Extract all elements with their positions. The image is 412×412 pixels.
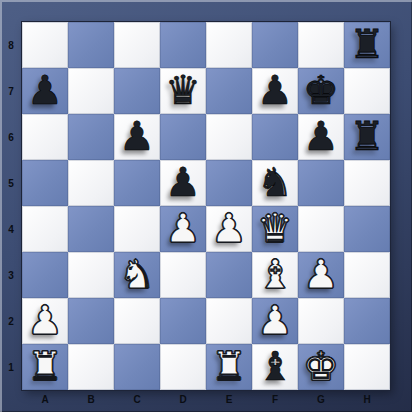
chess-diagram: ♜♟♛♟♚♟♟♜♟♞♟♟♛♞♝♟♟♟♜♜♝♚ 87654321 ABCDEFGH xyxy=(0,0,412,412)
square-h1[interactable] xyxy=(344,344,390,390)
piece-white-bishop-f3: ♝ xyxy=(257,251,293,297)
square-c7[interactable] xyxy=(114,68,160,114)
square-h7[interactable] xyxy=(344,68,390,114)
square-e2[interactable] xyxy=(206,298,252,344)
square-e8[interactable] xyxy=(206,22,252,68)
piece-black-bishop-f1: ♝ xyxy=(257,343,293,389)
square-a3[interactable] xyxy=(22,252,68,298)
square-f1[interactable]: ♝ xyxy=(252,344,298,390)
rank-label-4: 4 xyxy=(0,206,22,252)
square-e7[interactable] xyxy=(206,68,252,114)
square-f2[interactable]: ♟ xyxy=(252,298,298,344)
square-c6[interactable]: ♟ xyxy=(114,114,160,160)
piece-black-pawn-f7: ♟ xyxy=(257,67,293,113)
square-d7[interactable]: ♛ xyxy=(160,68,206,114)
file-label-h: H xyxy=(344,390,390,408)
square-a5[interactable] xyxy=(22,160,68,206)
square-g2[interactable] xyxy=(298,298,344,344)
square-h3[interactable] xyxy=(344,252,390,298)
square-h8[interactable]: ♜ xyxy=(344,22,390,68)
square-d4[interactable]: ♟ xyxy=(160,206,206,252)
square-f8[interactable] xyxy=(252,22,298,68)
piece-white-pawn-f2: ♟ xyxy=(257,297,293,343)
piece-black-queen-d7: ♛ xyxy=(165,67,201,113)
square-f4[interactable]: ♛ xyxy=(252,206,298,252)
piece-white-pawn-a2: ♟ xyxy=(27,297,63,343)
piece-black-pawn-d5: ♟ xyxy=(165,159,201,205)
square-g4[interactable] xyxy=(298,206,344,252)
piece-white-pawn-g3: ♟ xyxy=(303,251,339,297)
file-label-e: E xyxy=(206,390,252,408)
piece-black-pawn-g6: ♟ xyxy=(303,113,339,159)
file-label-d: D xyxy=(160,390,206,408)
square-e5[interactable] xyxy=(206,160,252,206)
piece-white-knight-c3: ♞ xyxy=(119,251,155,297)
rank-label-8: 8 xyxy=(0,22,22,68)
square-a6[interactable] xyxy=(22,114,68,160)
square-b7[interactable] xyxy=(68,68,114,114)
square-h2[interactable] xyxy=(344,298,390,344)
square-d1[interactable] xyxy=(160,344,206,390)
square-e1[interactable]: ♜ xyxy=(206,344,252,390)
square-b3[interactable] xyxy=(68,252,114,298)
square-c5[interactable] xyxy=(114,160,160,206)
file-label-b: B xyxy=(68,390,114,408)
square-g7[interactable]: ♚ xyxy=(298,68,344,114)
rank-label-7: 7 xyxy=(0,68,22,114)
piece-black-rook-h8: ♜ xyxy=(349,21,385,67)
piece-white-queen-f4: ♛ xyxy=(257,205,293,251)
square-c3[interactable]: ♞ xyxy=(114,252,160,298)
square-a1[interactable]: ♜ xyxy=(22,344,68,390)
piece-black-pawn-c6: ♟ xyxy=(119,113,155,159)
square-c4[interactable] xyxy=(114,206,160,252)
file-label-c: C xyxy=(114,390,160,408)
piece-white-rook-a1: ♜ xyxy=(27,343,63,389)
square-e3[interactable] xyxy=(206,252,252,298)
rank-label-2: 2 xyxy=(0,298,22,344)
square-a4[interactable] xyxy=(22,206,68,252)
piece-black-rook-h6: ♜ xyxy=(349,113,385,159)
square-f7[interactable]: ♟ xyxy=(252,68,298,114)
square-g6[interactable]: ♟ xyxy=(298,114,344,160)
square-c1[interactable] xyxy=(114,344,160,390)
square-g3[interactable]: ♟ xyxy=(298,252,344,298)
piece-black-king-g7: ♚ xyxy=(303,67,339,113)
square-b8[interactable] xyxy=(68,22,114,68)
square-a7[interactable]: ♟ xyxy=(22,68,68,114)
square-a2[interactable]: ♟ xyxy=(22,298,68,344)
square-b4[interactable] xyxy=(68,206,114,252)
piece-white-rook-e1: ♜ xyxy=(211,343,247,389)
rank-label-5: 5 xyxy=(0,160,22,206)
piece-black-knight-f5: ♞ xyxy=(257,159,293,205)
rank-label-1: 1 xyxy=(0,344,22,390)
square-f6[interactable] xyxy=(252,114,298,160)
square-d5[interactable]: ♟ xyxy=(160,160,206,206)
square-b5[interactable] xyxy=(68,160,114,206)
square-h6[interactable]: ♜ xyxy=(344,114,390,160)
square-b6[interactable] xyxy=(68,114,114,160)
square-c8[interactable] xyxy=(114,22,160,68)
rank-label-6: 6 xyxy=(0,114,22,160)
square-g1[interactable]: ♚ xyxy=(298,344,344,390)
chess-board: ♜♟♛♟♚♟♟♜♟♞♟♟♛♞♝♟♟♟♜♜♝♚ xyxy=(22,22,390,390)
square-h5[interactable] xyxy=(344,160,390,206)
square-b1[interactable] xyxy=(68,344,114,390)
square-b2[interactable] xyxy=(68,298,114,344)
piece-white-king-g1: ♚ xyxy=(303,343,339,389)
square-e4[interactable]: ♟ xyxy=(206,206,252,252)
piece-white-pawn-e4: ♟ xyxy=(211,205,247,251)
file-label-f: F xyxy=(252,390,298,408)
square-d8[interactable] xyxy=(160,22,206,68)
square-h4[interactable] xyxy=(344,206,390,252)
piece-black-pawn-a7: ♟ xyxy=(27,67,63,113)
square-g8[interactable] xyxy=(298,22,344,68)
square-c2[interactable] xyxy=(114,298,160,344)
square-d3[interactable] xyxy=(160,252,206,298)
square-e6[interactable] xyxy=(206,114,252,160)
square-d6[interactable] xyxy=(160,114,206,160)
square-f3[interactable]: ♝ xyxy=(252,252,298,298)
square-g5[interactable] xyxy=(298,160,344,206)
square-d2[interactable] xyxy=(160,298,206,344)
piece-white-pawn-d4: ♟ xyxy=(165,205,201,251)
square-f5[interactable]: ♞ xyxy=(252,160,298,206)
square-a8[interactable] xyxy=(22,22,68,68)
file-label-a: A xyxy=(22,390,68,408)
file-label-g: G xyxy=(298,390,344,408)
rank-label-3: 3 xyxy=(0,252,22,298)
